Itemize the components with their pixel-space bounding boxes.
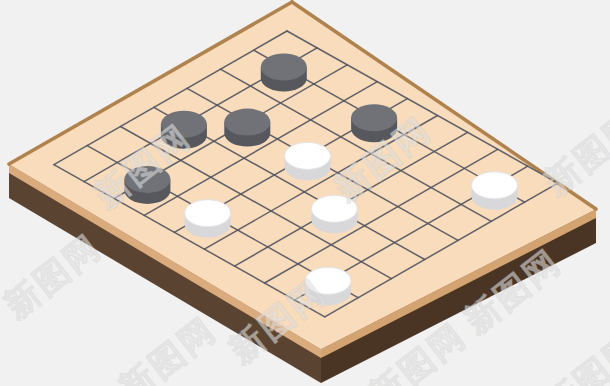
black-stone bbox=[224, 109, 270, 147]
white-stone bbox=[185, 200, 231, 238]
white-stone bbox=[472, 172, 518, 210]
white-stone bbox=[285, 142, 331, 180]
board-svg: 新图网新图网新图网新图网新图网新图网新图网新图网新图网 bbox=[0, 0, 610, 386]
black-stone bbox=[261, 54, 307, 92]
go-board: 新图网新图网新图网新图网新图网新图网新图网新图网新图网 bbox=[0, 0, 610, 386]
illustration-canvas: 新图网新图网新图网新图网新图网新图网新图网新图网新图网 bbox=[0, 0, 610, 386]
